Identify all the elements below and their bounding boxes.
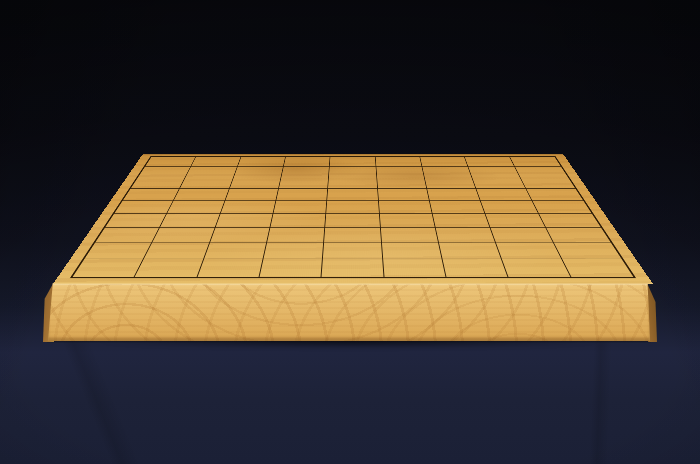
board-square-7e[interactable] (220, 201, 276, 214)
board-square-6b[interactable] (281, 167, 330, 178)
board-square-8e[interactable] (167, 201, 225, 214)
board-square-6h[interactable] (263, 243, 324, 259)
board-square-1a[interactable] (510, 157, 561, 167)
board-square-7f[interactable] (215, 214, 273, 228)
board-square-2c[interactable] (472, 177, 526, 188)
board-square-7a[interactable] (237, 157, 285, 167)
board-square-3h[interactable] (439, 243, 502, 259)
board-square-3g[interactable] (436, 228, 497, 243)
board-square-2i[interactable] (502, 259, 571, 277)
board-square-2d[interactable] (476, 189, 532, 201)
board-square-3c[interactable] (425, 177, 477, 188)
board-square-5i[interactable] (322, 259, 384, 277)
board-square-7c[interactable] (229, 177, 281, 188)
board-square-4f[interactable] (380, 214, 436, 228)
board-square-4g[interactable] (381, 228, 439, 243)
board-square-7d[interactable] (225, 189, 279, 201)
board-square-1g[interactable] (546, 228, 611, 243)
board-square-1c[interactable] (520, 177, 575, 188)
board-front-face (48, 283, 650, 341)
board-square-2a[interactable] (465, 157, 515, 167)
board-square-5g[interactable] (324, 228, 381, 243)
board-square-6g[interactable] (267, 228, 325, 243)
board-square-9c[interactable] (131, 177, 186, 188)
board-square-8g[interactable] (152, 228, 215, 243)
board-square-9e[interactable] (114, 201, 174, 214)
board-square-2e[interactable] (481, 201, 539, 214)
board-square-7b[interactable] (234, 167, 284, 178)
board-square-3f[interactable] (433, 214, 491, 228)
board-square-4i[interactable] (383, 259, 447, 277)
board-square-3b[interactable] (422, 167, 472, 178)
board-square-8f[interactable] (160, 214, 220, 228)
board-square-3e[interactable] (430, 201, 486, 214)
board-square-7g[interactable] (210, 228, 271, 243)
board-square-8d[interactable] (174, 189, 230, 201)
board-square-3a[interactable] (420, 157, 468, 167)
board-square-5e[interactable] (326, 201, 379, 214)
board-square-5c[interactable] (328, 177, 377, 188)
board-square-6i[interactable] (259, 259, 323, 277)
board-square-9d[interactable] (123, 189, 180, 201)
board-square-7h[interactable] (204, 243, 267, 259)
board-square-6e[interactable] (273, 201, 327, 214)
board-top-surface (53, 154, 653, 284)
board-square-4d[interactable] (378, 189, 430, 201)
board-square-6d[interactable] (276, 189, 328, 201)
board-square-4e[interactable] (379, 201, 433, 214)
board-square-8b[interactable] (186, 167, 238, 178)
board-square-5a[interactable] (330, 157, 376, 167)
board-square-4c[interactable] (377, 177, 427, 188)
board-square-2g[interactable] (491, 228, 554, 243)
board-square-1d[interactable] (526, 189, 583, 201)
board-square-2h[interactable] (496, 243, 562, 259)
board-square-9h[interactable] (84, 243, 152, 259)
board-square-4b[interactable] (376, 167, 425, 178)
board-square-8i[interactable] (135, 259, 204, 277)
photo-scene (0, 0, 700, 464)
board-square-6f[interactable] (270, 214, 326, 228)
shogi-board (0, 0, 700, 464)
board-square-3i[interactable] (443, 259, 509, 277)
board-square-9f[interactable] (105, 214, 167, 228)
board-square-3d[interactable] (427, 189, 481, 201)
board-square-9g[interactable] (95, 228, 160, 243)
board-square-5d[interactable] (327, 189, 378, 201)
board-square-1h[interactable] (554, 243, 622, 259)
board-square-1i[interactable] (562, 259, 633, 277)
board-square-4a[interactable] (375, 157, 422, 167)
board-square-2f[interactable] (486, 214, 546, 228)
board-square-6a[interactable] (284, 157, 331, 167)
board-square-1b[interactable] (515, 167, 568, 178)
board-square-5h[interactable] (323, 243, 383, 259)
board-grid (70, 156, 636, 278)
board-square-9a[interactable] (145, 157, 196, 167)
board-square-6c[interactable] (279, 177, 329, 188)
board-square-5b[interactable] (329, 167, 377, 178)
board-square-1e[interactable] (532, 201, 592, 214)
board-square-9i[interactable] (72, 259, 143, 277)
board-square-8h[interactable] (144, 243, 210, 259)
board-square-9b[interactable] (138, 167, 191, 178)
board-square-4h[interactable] (382, 243, 443, 259)
board-square-1f[interactable] (539, 214, 601, 228)
board-square-8c[interactable] (180, 177, 234, 188)
board-square-7i[interactable] (197, 259, 263, 277)
board-square-5f[interactable] (325, 214, 380, 228)
board-square-8a[interactable] (191, 157, 241, 167)
board-square-2b[interactable] (468, 167, 520, 178)
